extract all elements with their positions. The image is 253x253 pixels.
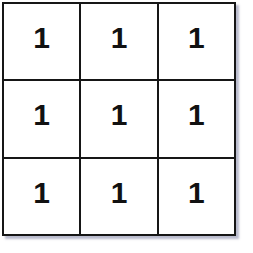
grid-cell-r1c1[interactable]: 1 (4, 4, 79, 79)
grid-cell-r2c2[interactable]: 1 (81, 81, 156, 156)
grid-cell-r1c2[interactable]: 1 (81, 4, 156, 79)
grid-cell-r1c3[interactable]: 1 (159, 4, 234, 79)
grid-cell-r3c2[interactable]: 1 (81, 159, 156, 234)
grid-cell-r3c3[interactable]: 1 (159, 159, 234, 234)
grid-cell-r2c3[interactable]: 1 (159, 81, 234, 156)
grid-cell-r3c1[interactable]: 1 (4, 159, 79, 234)
puzzle-board: 1 1 1 1 1 1 1 1 1 (2, 2, 236, 236)
grid-cell-r2c1[interactable]: 1 (4, 81, 79, 156)
